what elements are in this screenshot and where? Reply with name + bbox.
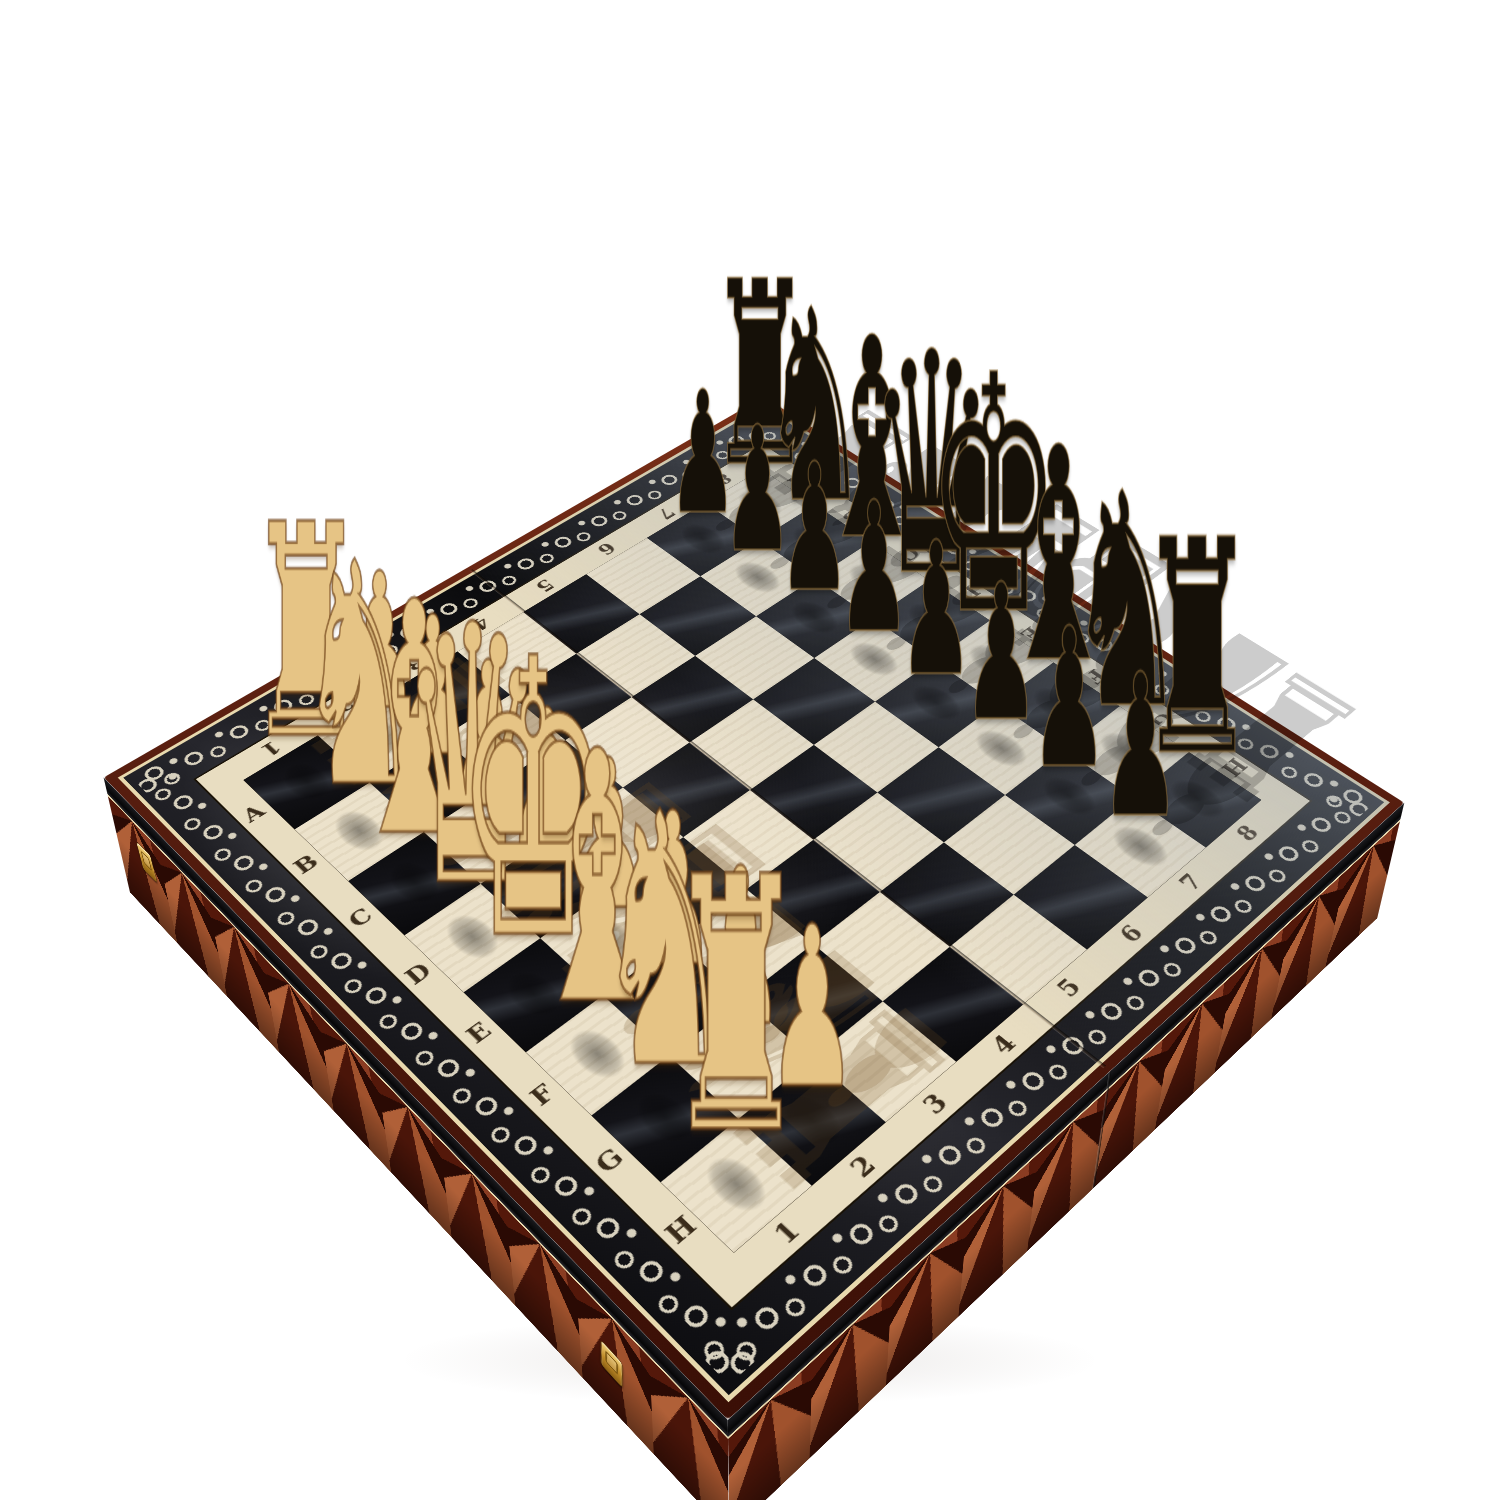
black-pawn-glyph: ♟: [1051, 648, 1230, 845]
chess-set-photo: ABCDEFGH ABCDEFGH 87654321 87654321 ♜♜♞♞…: [0, 0, 1500, 1500]
chess-board-box: ABCDEFGH ABCDEFGH 87654321 87654321 ♜♜♞♞…: [104, 397, 1405, 1420]
board-top-face: ABCDEFGH ABCDEFGH 87654321 87654321 ♜♜♞♞…: [104, 397, 1405, 1420]
perspective-wrapper: ABCDEFGH ABCDEFGH 87654321 87654321 ♜♜♞♞…: [0, 0, 1500, 1500]
white-rook-glyph: ♜: [577, 833, 894, 1183]
